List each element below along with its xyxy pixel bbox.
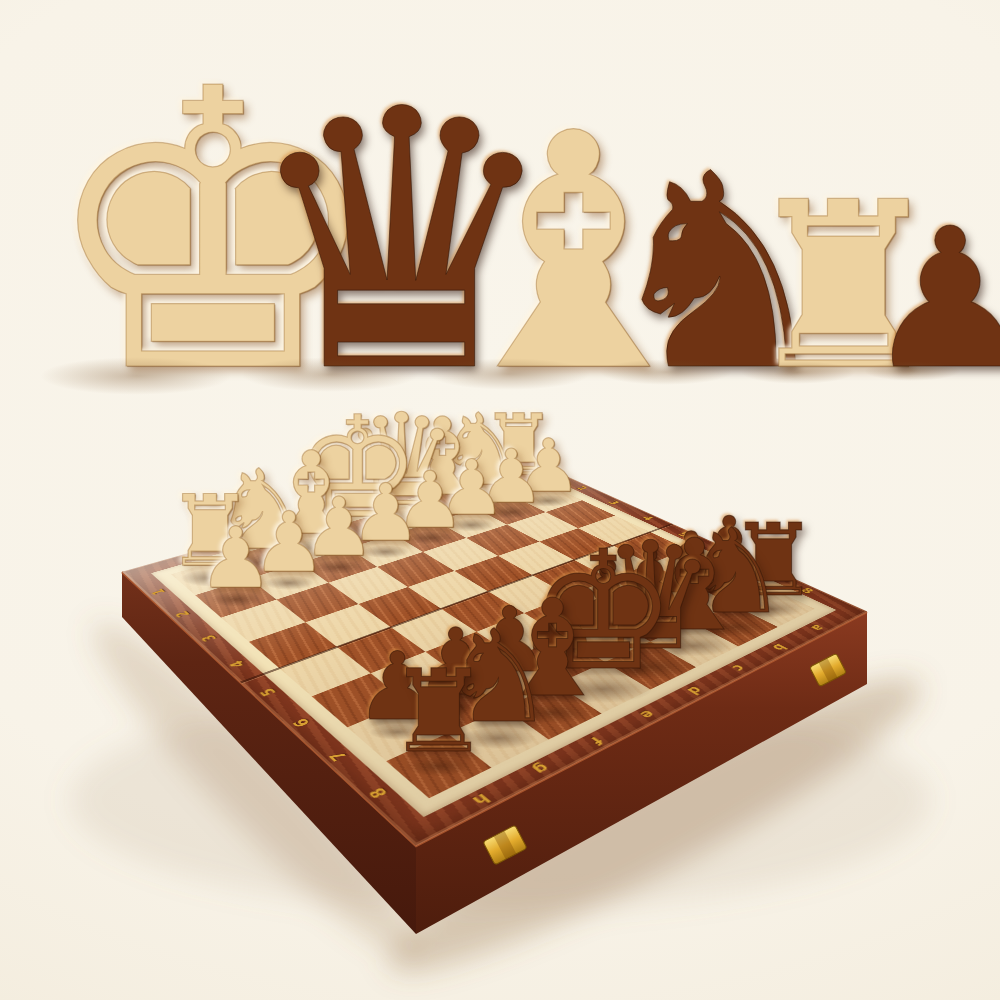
board-scene: 11hh22gg33ff44ee55dd66cc77bb88aa ♜︎♞︎♝︎♛… bbox=[0, 0, 1000, 1000]
product-photo: ♚︎♛︎♝︎♞︎♜︎♟︎ bbox=[0, 0, 1000, 1000]
